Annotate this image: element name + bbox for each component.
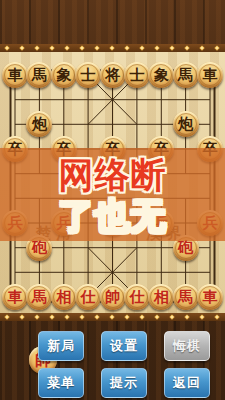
piece-red-馬[interactable]: 馬 [173, 284, 199, 310]
overlay-message: 网络断了也无 [59, 154, 167, 236]
piece-black-士[interactable]: 士 [124, 62, 150, 88]
piece-black-象[interactable]: 象 [51, 62, 77, 88]
undo-button[interactable]: 悔棋 [164, 331, 210, 361]
overlay-text-line: 网络断 [59, 154, 167, 195]
piece-red-車[interactable]: 車 [2, 284, 28, 310]
xiangqi-app-screen: 楚河 漢界 車馬象士将士象馬車炮炮卒卒卒卒卒兵兵兵兵兵砲砲車馬相仕帥仕相馬車 网… [0, 0, 225, 400]
piece-red-相[interactable]: 相 [51, 284, 77, 310]
hint-button[interactable]: 提示 [101, 368, 147, 398]
network-announcement-banner: 网络断了也无 [0, 148, 225, 241]
buttons-grid: 新局设置悔棋菜单提示返回 [38, 331, 210, 398]
nail-strip-top [0, 44, 225, 52]
piece-black-将[interactable]: 将 [100, 62, 126, 88]
piece-red-車[interactable]: 車 [197, 284, 223, 310]
piece-black-車[interactable]: 車 [197, 62, 223, 88]
piece-red-帥[interactable]: 帥 [100, 284, 126, 310]
settings-button[interactable]: 设置 [101, 331, 147, 361]
piece-black-車[interactable]: 車 [2, 62, 28, 88]
menu-button[interactable]: 菜单 [38, 368, 84, 398]
new-game-button[interactable]: 新局 [38, 331, 84, 361]
back-button[interactable]: 返回 [164, 368, 210, 398]
piece-black-馬[interactable]: 馬 [173, 62, 199, 88]
nail-strip-bottom [0, 313, 225, 321]
piece-black-炮[interactable]: 炮 [173, 111, 199, 137]
piece-black-士[interactable]: 士 [75, 62, 101, 88]
piece-red-仕[interactable]: 仕 [75, 284, 101, 310]
piece-red-仕[interactable]: 仕 [124, 284, 150, 310]
overlay-text-line: 了也无 [59, 195, 167, 236]
